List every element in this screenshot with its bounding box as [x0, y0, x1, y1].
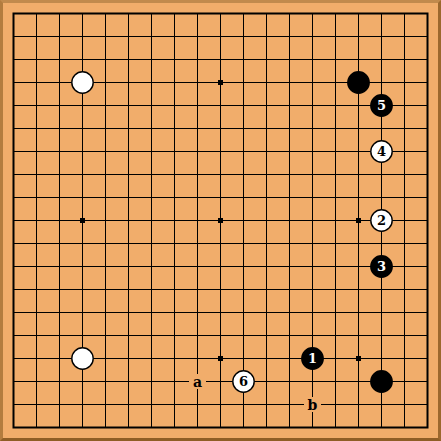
stone-number-1: 1 — [308, 351, 317, 366]
star-point — [356, 356, 361, 361]
star-point — [218, 80, 223, 85]
stone-number-4: 4 — [377, 144, 386, 159]
star-point — [356, 218, 361, 223]
star-point — [80, 218, 85, 223]
point-label-a: a — [193, 374, 202, 390]
stone-number-5: 5 — [377, 98, 386, 113]
star-point — [218, 218, 223, 223]
stone-number-6: 6 — [239, 374, 248, 389]
stone-white — [72, 72, 93, 93]
stone-black — [371, 371, 392, 392]
stone-number-2: 2 — [377, 213, 386, 228]
star-point — [218, 356, 223, 361]
go-board: ab123456 — [0, 0, 441, 441]
stone-number-3: 3 — [377, 259, 386, 274]
stone-black — [348, 72, 369, 93]
goban-grid: ab123456 — [0, 0, 441, 441]
stone-white — [72, 348, 93, 369]
point-label-b: b — [308, 397, 318, 413]
